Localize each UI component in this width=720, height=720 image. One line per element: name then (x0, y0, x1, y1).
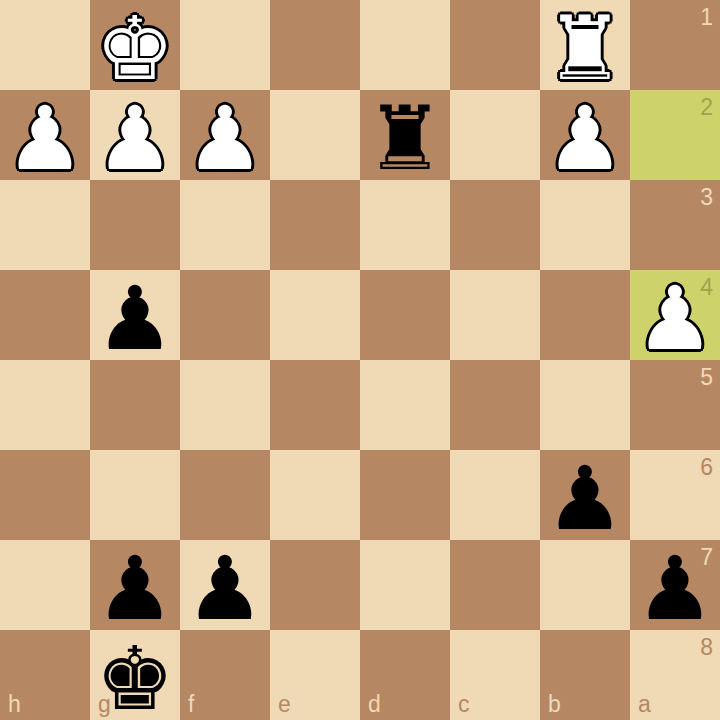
square-d1[interactable] (360, 0, 450, 90)
square-a5[interactable]: 5 (630, 360, 720, 450)
square-a2[interactable]: 2 (630, 90, 720, 180)
square-d6[interactable] (360, 450, 450, 540)
file-label-a: a (638, 693, 651, 716)
square-f8[interactable]: f (180, 630, 270, 720)
chess-board: ♚♜1♟♟♟♜♟23♟♟45♟6♟♟♟7h♚gfedcb8a (0, 0, 720, 720)
square-f2[interactable]: ♟ (180, 90, 270, 180)
file-label-e: e (278, 693, 291, 716)
black-pawn[interactable]: ♟ (90, 540, 180, 630)
black-pawn[interactable]: ♟ (180, 540, 270, 630)
square-h5[interactable] (0, 360, 90, 450)
square-f3[interactable] (180, 180, 270, 270)
square-a4[interactable]: ♟4 (630, 270, 720, 360)
rank-label-3: 3 (700, 186, 713, 209)
square-g3[interactable] (90, 180, 180, 270)
white-pawn[interactable]: ♟ (90, 90, 180, 180)
square-g6[interactable] (90, 450, 180, 540)
square-e3[interactable] (270, 180, 360, 270)
square-c5[interactable] (450, 360, 540, 450)
square-c7[interactable] (450, 540, 540, 630)
square-g5[interactable] (90, 360, 180, 450)
square-h7[interactable] (0, 540, 90, 630)
square-e7[interactable] (270, 540, 360, 630)
square-b5[interactable] (540, 360, 630, 450)
square-a3[interactable]: 3 (630, 180, 720, 270)
square-b4[interactable] (540, 270, 630, 360)
rank-label-2: 2 (700, 96, 713, 119)
square-g7[interactable]: ♟ (90, 540, 180, 630)
white-king[interactable]: ♚ (90, 0, 180, 90)
square-c8[interactable]: c (450, 630, 540, 720)
square-f6[interactable] (180, 450, 270, 540)
square-d7[interactable] (360, 540, 450, 630)
square-c6[interactable] (450, 450, 540, 540)
square-d5[interactable] (360, 360, 450, 450)
black-pawn[interactable]: ♟ (630, 540, 720, 630)
white-pawn[interactable]: ♟ (0, 90, 90, 180)
square-d8[interactable]: d (360, 630, 450, 720)
black-rook[interactable]: ♜ (360, 90, 450, 180)
square-b3[interactable] (540, 180, 630, 270)
square-h1[interactable] (0, 0, 90, 90)
file-label-b: b (548, 693, 561, 716)
square-c1[interactable] (450, 0, 540, 90)
file-label-c: c (458, 693, 470, 716)
square-f7[interactable]: ♟ (180, 540, 270, 630)
square-h8[interactable]: h (0, 630, 90, 720)
white-rook[interactable]: ♜ (540, 0, 630, 90)
black-king[interactable]: ♚ (90, 630, 180, 720)
square-h2[interactable]: ♟ (0, 90, 90, 180)
square-d3[interactable] (360, 180, 450, 270)
black-pawn[interactable]: ♟ (90, 270, 180, 360)
square-d2[interactable]: ♜ (360, 90, 450, 180)
square-g4[interactable]: ♟ (90, 270, 180, 360)
square-g1[interactable]: ♚ (90, 0, 180, 90)
square-e2[interactable] (270, 90, 360, 180)
square-f4[interactable] (180, 270, 270, 360)
square-e8[interactable]: e (270, 630, 360, 720)
square-c3[interactable] (450, 180, 540, 270)
square-b2[interactable]: ♟ (540, 90, 630, 180)
white-pawn[interactable]: ♟ (630, 270, 720, 360)
black-pawn[interactable]: ♟ (540, 450, 630, 540)
white-pawn[interactable]: ♟ (180, 90, 270, 180)
file-label-f: f (188, 693, 194, 716)
square-a8[interactable]: 8a (630, 630, 720, 720)
square-b7[interactable] (540, 540, 630, 630)
square-e5[interactable] (270, 360, 360, 450)
square-b1[interactable]: ♜ (540, 0, 630, 90)
square-c4[interactable] (450, 270, 540, 360)
square-e4[interactable] (270, 270, 360, 360)
white-pawn[interactable]: ♟ (540, 90, 630, 180)
square-b6[interactable]: ♟ (540, 450, 630, 540)
square-c2[interactable] (450, 90, 540, 180)
square-f1[interactable] (180, 0, 270, 90)
file-label-h: h (8, 693, 21, 716)
square-g8[interactable]: ♚g (90, 630, 180, 720)
square-g2[interactable]: ♟ (90, 90, 180, 180)
square-a1[interactable]: 1 (630, 0, 720, 90)
square-h4[interactable] (0, 270, 90, 360)
rank-label-6: 6 (700, 456, 713, 479)
square-f5[interactable] (180, 360, 270, 450)
square-e1[interactable] (270, 0, 360, 90)
square-a7[interactable]: ♟7 (630, 540, 720, 630)
square-d4[interactable] (360, 270, 450, 360)
rank-label-1: 1 (700, 6, 713, 29)
square-h3[interactable] (0, 180, 90, 270)
square-e6[interactable] (270, 450, 360, 540)
square-a6[interactable]: 6 (630, 450, 720, 540)
square-b8[interactable]: b (540, 630, 630, 720)
file-label-d: d (368, 693, 381, 716)
square-h6[interactable] (0, 450, 90, 540)
